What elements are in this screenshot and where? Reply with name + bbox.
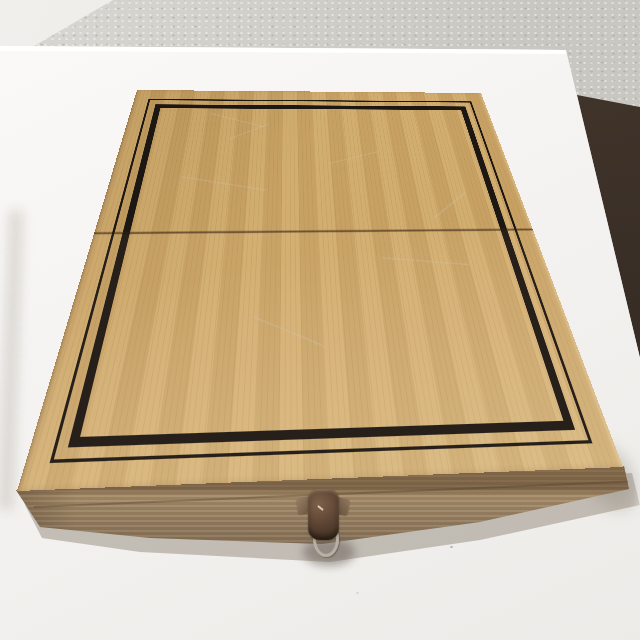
dust-speck: [450, 546, 453, 548]
scene-photo-of-chessboard-box: [0, 0, 640, 640]
board-lower-half-tint: [17, 230, 623, 491]
dust-speck: [356, 592, 359, 594]
latch-clasp-body: [308, 489, 339, 540]
